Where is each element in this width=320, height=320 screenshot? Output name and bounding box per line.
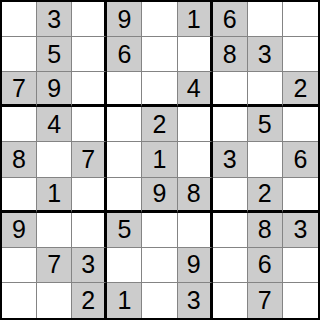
cell-r5c6[interactable]	[178, 142, 213, 177]
cell-r8c6[interactable]: 9	[178, 248, 213, 283]
cell-r8c2[interactable]: 7	[37, 248, 72, 283]
cell-r9c4[interactable]: 1	[107, 283, 142, 318]
cell-r5c4[interactable]	[107, 142, 142, 177]
cell-r1c6[interactable]: 1	[178, 2, 213, 37]
cell-r7c9[interactable]: 3	[283, 213, 318, 248]
cell-r8c3[interactable]: 3	[72, 248, 107, 283]
cell-r9c7[interactable]	[213, 283, 248, 318]
cell-r1c4[interactable]: 9	[107, 2, 142, 37]
cell-r5c9[interactable]: 6	[283, 142, 318, 177]
cell-r2c8[interactable]: 3	[248, 37, 283, 72]
cell-r6c3[interactable]	[72, 178, 107, 213]
cell-r1c1[interactable]	[2, 2, 37, 37]
cell-r9c5[interactable]	[142, 283, 177, 318]
cell-r7c5[interactable]	[142, 213, 177, 248]
cell-r2c7[interactable]: 8	[213, 37, 248, 72]
cell-r3c8[interactable]	[248, 72, 283, 107]
cell-r9c2[interactable]	[37, 283, 72, 318]
cell-r8c1[interactable]	[2, 248, 37, 283]
cell-r7c7[interactable]	[213, 213, 248, 248]
cell-r3c9[interactable]: 2	[283, 72, 318, 107]
cell-r5c8[interactable]	[248, 142, 283, 177]
cell-r3c4[interactable]	[107, 72, 142, 107]
cell-r1c9[interactable]	[283, 2, 318, 37]
cell-r3c7[interactable]	[213, 72, 248, 107]
cell-r6c7[interactable]	[213, 178, 248, 213]
cell-r3c5[interactable]	[142, 72, 177, 107]
cell-r5c2[interactable]	[37, 142, 72, 177]
cell-r7c2[interactable]	[37, 213, 72, 248]
cell-r7c4[interactable]: 5	[107, 213, 142, 248]
cell-r2c5[interactable]	[142, 37, 177, 72]
cell-r4c8[interactable]: 5	[248, 107, 283, 142]
cell-r7c8[interactable]: 8	[248, 213, 283, 248]
cell-r3c6[interactable]: 4	[178, 72, 213, 107]
cell-r2c9[interactable]	[283, 37, 318, 72]
cell-r6c9[interactable]	[283, 178, 318, 213]
cell-r9c1[interactable]	[2, 283, 37, 318]
cell-r8c7[interactable]	[213, 248, 248, 283]
cell-r6c1[interactable]	[2, 178, 37, 213]
cell-r9c9[interactable]	[283, 283, 318, 318]
cell-r8c9[interactable]	[283, 248, 318, 283]
cell-r5c5[interactable]: 1	[142, 142, 177, 177]
cell-r1c8[interactable]	[248, 2, 283, 37]
cell-r4c1[interactable]	[2, 107, 37, 142]
cell-r6c6[interactable]: 8	[178, 178, 213, 213]
cell-r2c3[interactable]	[72, 37, 107, 72]
cell-r9c8[interactable]: 7	[248, 283, 283, 318]
cell-r2c4[interactable]: 6	[107, 37, 142, 72]
cell-r2c2[interactable]: 5	[37, 37, 72, 72]
cell-r2c1[interactable]	[2, 37, 37, 72]
cell-r7c3[interactable]	[72, 213, 107, 248]
cell-r1c5[interactable]	[142, 2, 177, 37]
cell-r6c8[interactable]: 2	[248, 178, 283, 213]
cell-r8c5[interactable]	[142, 248, 177, 283]
cell-r5c3[interactable]: 7	[72, 142, 107, 177]
cell-r4c2[interactable]: 4	[37, 107, 72, 142]
cell-r8c8[interactable]: 6	[248, 248, 283, 283]
cell-r4c3[interactable]	[72, 107, 107, 142]
cell-r4c4[interactable]	[107, 107, 142, 142]
cell-r2c6[interactable]	[178, 37, 213, 72]
cell-r6c4[interactable]	[107, 178, 142, 213]
cell-r4c9[interactable]	[283, 107, 318, 142]
cell-r4c5[interactable]: 2	[142, 107, 177, 142]
sudoku-board: 391656837942425871361982958373962137	[0, 0, 320, 320]
cell-r6c5[interactable]: 9	[142, 178, 177, 213]
cell-r5c7[interactable]: 3	[213, 142, 248, 177]
cell-r9c6[interactable]: 3	[178, 283, 213, 318]
cell-r1c7[interactable]: 6	[213, 2, 248, 37]
cell-r4c6[interactable]	[178, 107, 213, 142]
cell-r1c3[interactable]	[72, 2, 107, 37]
cell-r3c3[interactable]	[72, 72, 107, 107]
cell-r9c3[interactable]: 2	[72, 283, 107, 318]
cell-r3c1[interactable]: 7	[2, 72, 37, 107]
cell-r8c4[interactable]	[107, 248, 142, 283]
cell-r7c6[interactable]	[178, 213, 213, 248]
cell-r4c7[interactable]	[213, 107, 248, 142]
cell-r1c2[interactable]: 3	[37, 2, 72, 37]
cell-r6c2[interactable]: 1	[37, 178, 72, 213]
cell-r7c1[interactable]: 9	[2, 213, 37, 248]
cell-r5c1[interactable]: 8	[2, 142, 37, 177]
cell-r3c2[interactable]: 9	[37, 72, 72, 107]
